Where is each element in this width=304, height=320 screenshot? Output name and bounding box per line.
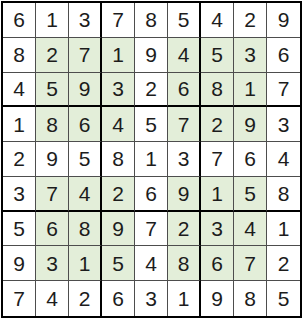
cell-r8c3[interactable]: 1 bbox=[69, 246, 102, 281]
cell-r5c1[interactable]: 2 bbox=[3, 142, 36, 177]
cell-r8c8[interactable]: 7 bbox=[234, 246, 267, 281]
cell-r4c1[interactable]: 1 bbox=[3, 107, 36, 142]
cell-r3c7[interactable]: 8 bbox=[201, 73, 234, 108]
cell-r8c9[interactable]: 2 bbox=[267, 246, 300, 281]
cell-r8c5[interactable]: 4 bbox=[135, 246, 168, 281]
cell-r9c6[interactable]: 1 bbox=[168, 281, 201, 316]
cell-r9c7[interactable]: 9 bbox=[201, 281, 234, 316]
cell-r8c6[interactable]: 8 bbox=[168, 246, 201, 281]
cell-r7c4[interactable]: 9 bbox=[102, 212, 135, 247]
cell-r9c3[interactable]: 2 bbox=[69, 281, 102, 316]
cell-r7c8[interactable]: 4 bbox=[234, 212, 267, 247]
cell-r1c6[interactable]: 5 bbox=[168, 3, 201, 38]
cell-r2c9[interactable]: 6 bbox=[267, 38, 300, 73]
cell-r9c9[interactable]: 5 bbox=[267, 281, 300, 316]
cell-r4c8[interactable]: 9 bbox=[234, 107, 267, 142]
cell-r4c7[interactable]: 2 bbox=[201, 107, 234, 142]
cell-r5c5[interactable]: 1 bbox=[135, 142, 168, 177]
cell-r1c3[interactable]: 3 bbox=[69, 3, 102, 38]
cell-r5c3[interactable]: 5 bbox=[69, 142, 102, 177]
cell-r7c5[interactable]: 7 bbox=[135, 212, 168, 247]
cell-r6c3[interactable]: 4 bbox=[69, 177, 102, 212]
cell-r7c9[interactable]: 1 bbox=[267, 212, 300, 247]
cell-r6c1[interactable]: 3 bbox=[3, 177, 36, 212]
cell-r3c1[interactable]: 4 bbox=[3, 73, 36, 108]
sudoku-board: 6137854298271945364593268171864572932958… bbox=[1, 1, 302, 318]
cell-r5c9[interactable]: 4 bbox=[267, 142, 300, 177]
cell-r1c8[interactable]: 2 bbox=[234, 3, 267, 38]
cell-r6c5[interactable]: 6 bbox=[135, 177, 168, 212]
cell-r9c1[interactable]: 7 bbox=[3, 281, 36, 316]
cell-r9c5[interactable]: 3 bbox=[135, 281, 168, 316]
cell-r2c3[interactable]: 7 bbox=[69, 38, 102, 73]
cell-r8c1[interactable]: 9 bbox=[3, 246, 36, 281]
cell-r2c2[interactable]: 2 bbox=[36, 38, 69, 73]
cell-r2c1[interactable]: 8 bbox=[3, 38, 36, 73]
cell-r7c6[interactable]: 2 bbox=[168, 212, 201, 247]
cell-r2c7[interactable]: 5 bbox=[201, 38, 234, 73]
cell-r3c3[interactable]: 9 bbox=[69, 73, 102, 108]
cell-r4c4[interactable]: 4 bbox=[102, 107, 135, 142]
cell-r3c6[interactable]: 6 bbox=[168, 73, 201, 108]
cell-r8c7[interactable]: 6 bbox=[201, 246, 234, 281]
cell-r6c7[interactable]: 1 bbox=[201, 177, 234, 212]
cell-r5c6[interactable]: 3 bbox=[168, 142, 201, 177]
cell-r3c5[interactable]: 2 bbox=[135, 73, 168, 108]
cell-r3c8[interactable]: 1 bbox=[234, 73, 267, 108]
cell-r4c6[interactable]: 7 bbox=[168, 107, 201, 142]
sudoku-page: 6137854298271945364593268171864572932958… bbox=[0, 0, 304, 320]
cell-r1c9[interactable]: 9 bbox=[267, 3, 300, 38]
cell-r9c8[interactable]: 8 bbox=[234, 281, 267, 316]
cell-r1c2[interactable]: 1 bbox=[36, 3, 69, 38]
cell-r5c8[interactable]: 6 bbox=[234, 142, 267, 177]
cell-r5c7[interactable]: 7 bbox=[201, 142, 234, 177]
cell-r6c9[interactable]: 8 bbox=[267, 177, 300, 212]
cell-r8c2[interactable]: 3 bbox=[36, 246, 69, 281]
cell-r6c6[interactable]: 9 bbox=[168, 177, 201, 212]
cell-r7c7[interactable]: 3 bbox=[201, 212, 234, 247]
cell-r7c1[interactable]: 5 bbox=[3, 212, 36, 247]
cell-r5c2[interactable]: 9 bbox=[36, 142, 69, 177]
cell-r6c8[interactable]: 5 bbox=[234, 177, 267, 212]
cell-r4c3[interactable]: 6 bbox=[69, 107, 102, 142]
cell-r7c3[interactable]: 8 bbox=[69, 212, 102, 247]
cell-r6c4[interactable]: 2 bbox=[102, 177, 135, 212]
cell-r6c2[interactable]: 7 bbox=[36, 177, 69, 212]
cell-r1c1[interactable]: 6 bbox=[3, 3, 36, 38]
cell-r3c9[interactable]: 7 bbox=[267, 73, 300, 108]
cell-r4c2[interactable]: 8 bbox=[36, 107, 69, 142]
cell-r3c2[interactable]: 5 bbox=[36, 73, 69, 108]
cell-r8c4[interactable]: 5 bbox=[102, 246, 135, 281]
cell-r1c7[interactable]: 4 bbox=[201, 3, 234, 38]
cell-r1c4[interactable]: 7 bbox=[102, 3, 135, 38]
cell-r2c4[interactable]: 1 bbox=[102, 38, 135, 73]
cell-r1c5[interactable]: 8 bbox=[135, 3, 168, 38]
cell-r2c5[interactable]: 9 bbox=[135, 38, 168, 73]
cell-r9c4[interactable]: 6 bbox=[102, 281, 135, 316]
cell-r4c5[interactable]: 5 bbox=[135, 107, 168, 142]
cell-r4c9[interactable]: 3 bbox=[267, 107, 300, 142]
cell-r7c2[interactable]: 6 bbox=[36, 212, 69, 247]
cell-r9c2[interactable]: 4 bbox=[36, 281, 69, 316]
cell-r5c4[interactable]: 8 bbox=[102, 142, 135, 177]
cell-r2c8[interactable]: 3 bbox=[234, 38, 267, 73]
cell-r3c4[interactable]: 3 bbox=[102, 73, 135, 108]
cell-r2c6[interactable]: 4 bbox=[168, 38, 201, 73]
